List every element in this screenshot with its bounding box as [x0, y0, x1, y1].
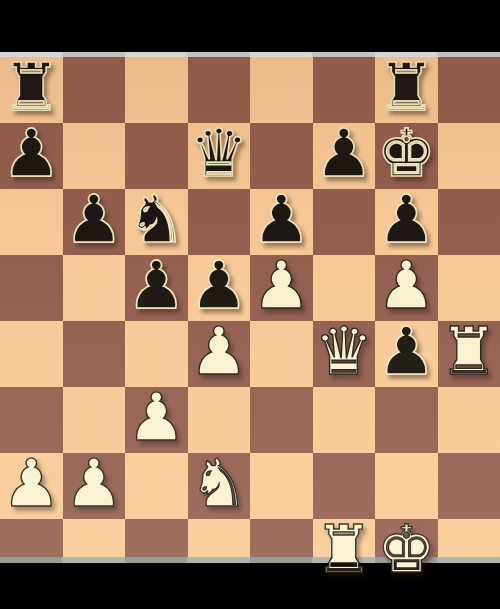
- square-f2[interactable]: [313, 453, 376, 519]
- piece-black-pawn[interactable]: ♟: [314, 121, 373, 187]
- piece-white-queen[interactable]: ♛: [314, 319, 373, 385]
- chess-diagram-frame: ♜♜♟♛♟♚♟♞♟♟♟♟♟♟♟♛♟♜♟♟♟♞♜♚: [0, 0, 500, 609]
- square-h5[interactable]: [438, 255, 500, 321]
- square-d8[interactable]: [188, 57, 251, 123]
- square-e5[interactable]: ♟: [250, 255, 313, 321]
- square-d2[interactable]: ♞: [188, 453, 251, 519]
- square-g2[interactable]: [375, 453, 438, 519]
- piece-black-pawn[interactable]: ♟: [377, 187, 436, 253]
- piece-white-pawn[interactable]: ♟: [2, 451, 61, 517]
- square-g8[interactable]: ♜: [375, 57, 438, 123]
- square-c7[interactable]: [125, 123, 188, 189]
- square-c3[interactable]: ♟: [125, 387, 188, 453]
- square-h8[interactable]: [438, 57, 500, 123]
- square-d4[interactable]: ♟: [188, 321, 251, 387]
- square-g3[interactable]: [375, 387, 438, 453]
- square-h6[interactable]: [438, 189, 500, 255]
- square-f5[interactable]: [313, 255, 376, 321]
- square-c6[interactable]: ♞: [125, 189, 188, 255]
- square-a4[interactable]: [0, 321, 63, 387]
- piece-black-pawn[interactable]: ♟: [189, 253, 248, 319]
- piece-black-pawn[interactable]: ♟: [377, 319, 436, 385]
- square-f3[interactable]: [313, 387, 376, 453]
- piece-black-queen[interactable]: ♛: [189, 121, 248, 187]
- piece-white-pawn[interactable]: ♟: [127, 385, 186, 451]
- piece-black-pawn[interactable]: ♟: [127, 253, 186, 319]
- piece-white-pawn[interactable]: ♟: [377, 253, 436, 319]
- square-a7[interactable]: ♟: [0, 123, 63, 189]
- piece-black-rook[interactable]: ♜: [377, 55, 436, 121]
- square-d3[interactable]: [188, 387, 251, 453]
- square-h7[interactable]: [438, 123, 500, 189]
- piece-black-rook[interactable]: ♜: [2, 55, 61, 121]
- square-a3[interactable]: [0, 387, 63, 453]
- piece-black-pawn[interactable]: ♟: [64, 187, 123, 253]
- square-d5[interactable]: ♟: [188, 255, 251, 321]
- square-a8[interactable]: ♜: [0, 57, 63, 123]
- square-e3[interactable]: [250, 387, 313, 453]
- piece-white-pawn[interactable]: ♟: [252, 253, 311, 319]
- square-g6[interactable]: ♟: [375, 189, 438, 255]
- piece-black-pawn[interactable]: ♟: [2, 121, 61, 187]
- square-e2[interactable]: [250, 453, 313, 519]
- square-f6[interactable]: [313, 189, 376, 255]
- piece-white-pawn[interactable]: ♟: [64, 451, 123, 517]
- square-g5[interactable]: ♟: [375, 255, 438, 321]
- piece-black-knight[interactable]: ♞: [127, 187, 186, 253]
- square-a5[interactable]: [0, 255, 63, 321]
- square-h4[interactable]: ♜: [438, 321, 500, 387]
- chess-board: ♜♜♟♛♟♚♟♞♟♟♟♟♟♟♟♛♟♜♟♟♟♞♜♚: [0, 57, 500, 557]
- square-b8[interactable]: [63, 57, 126, 123]
- piece-white-rook[interactable]: ♜: [314, 517, 373, 583]
- square-b2[interactable]: ♟: [63, 453, 126, 519]
- square-c8[interactable]: [125, 57, 188, 123]
- piece-white-rook[interactable]: ♜: [439, 319, 498, 385]
- square-e8[interactable]: [250, 57, 313, 123]
- square-e6[interactable]: ♟: [250, 189, 313, 255]
- square-f7[interactable]: ♟: [313, 123, 376, 189]
- square-f1[interactable]: ♜: [313, 519, 376, 585]
- square-g7[interactable]: ♚: [375, 123, 438, 189]
- square-f4[interactable]: ♛: [313, 321, 376, 387]
- square-a6[interactable]: [0, 189, 63, 255]
- square-e4[interactable]: [250, 321, 313, 387]
- square-a2[interactable]: ♟: [0, 453, 63, 519]
- square-g1[interactable]: ♚: [375, 519, 438, 585]
- square-b6[interactable]: ♟: [63, 189, 126, 255]
- piece-black-pawn[interactable]: ♟: [252, 187, 311, 253]
- square-c2[interactable]: [125, 453, 188, 519]
- square-h3[interactable]: [438, 387, 500, 453]
- piece-white-king[interactable]: ♚: [377, 517, 436, 583]
- square-c5[interactable]: ♟: [125, 255, 188, 321]
- square-d6[interactable]: [188, 189, 251, 255]
- piece-black-king[interactable]: ♚: [377, 121, 436, 187]
- square-f8[interactable]: [313, 57, 376, 123]
- square-b4[interactable]: [63, 321, 126, 387]
- top-letterbox: [0, 0, 500, 52]
- square-b3[interactable]: [63, 387, 126, 453]
- square-g4[interactable]: ♟: [375, 321, 438, 387]
- square-c4[interactable]: [125, 321, 188, 387]
- piece-white-knight[interactable]: ♞: [189, 451, 248, 517]
- square-b5[interactable]: [63, 255, 126, 321]
- piece-white-pawn[interactable]: ♟: [189, 319, 248, 385]
- square-e7[interactable]: [250, 123, 313, 189]
- square-b7[interactable]: [63, 123, 126, 189]
- square-h2[interactable]: [438, 453, 500, 519]
- square-d7[interactable]: ♛: [188, 123, 251, 189]
